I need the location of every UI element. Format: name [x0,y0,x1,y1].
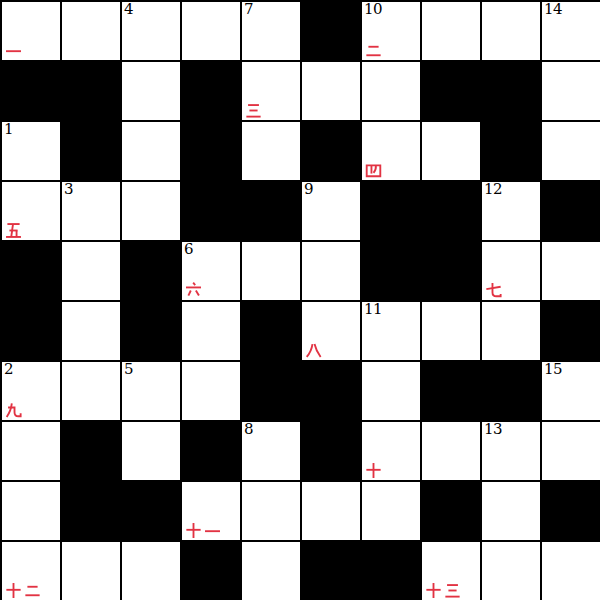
black-cell [302,2,360,60]
white-cell[interactable] [362,62,420,120]
white-cell[interactable] [302,242,360,300]
black-cell [182,182,240,240]
across-clue-label [485,282,502,299]
down-clue-number: 3 [64,181,73,198]
white-cell[interactable] [242,62,300,120]
white-cell[interactable]: 10 [362,2,420,60]
black-cell [422,62,480,120]
white-cell[interactable]: 1 [2,122,60,180]
black-cell [362,542,420,600]
black-cell [62,122,120,180]
white-cell[interactable]: 14 [542,2,600,60]
down-clue-number: 10 [364,1,382,18]
white-cell[interactable] [182,362,240,420]
down-clue-number: 13 [484,421,502,438]
white-cell[interactable] [302,302,360,360]
across-clue-label [245,102,262,119]
white-cell[interactable]: 8 [242,422,300,480]
chinese-numeral-四-icon [365,162,382,179]
white-cell[interactable] [362,422,420,480]
white-cell[interactable] [482,482,540,540]
white-cell[interactable] [122,122,180,180]
across-clue-label [5,402,22,419]
white-cell[interactable] [422,302,480,360]
white-cell[interactable] [422,542,480,600]
down-clue-number: 4 [124,1,133,18]
white-cell[interactable]: 13 [482,422,540,480]
white-cell[interactable]: 15 [542,362,600,420]
black-cell [422,182,480,240]
white-cell[interactable] [542,422,600,480]
white-cell[interactable] [62,2,120,60]
black-cell [542,482,600,540]
black-cell [362,182,420,240]
white-cell[interactable] [422,422,480,480]
black-cell [482,362,540,420]
black-cell [122,482,180,540]
white-cell[interactable] [482,542,540,600]
black-cell [62,62,120,120]
chinese-numeral-十-icon [5,582,22,599]
white-cell[interactable] [302,62,360,120]
chinese-numeral-一-icon [204,522,221,539]
black-cell [302,122,360,180]
white-cell[interactable] [122,422,180,480]
white-cell[interactable] [62,362,120,420]
chinese-numeral-二-icon [24,582,41,599]
across-clue-label [5,582,41,599]
black-cell [542,182,600,240]
black-cell [2,242,60,300]
black-cell [182,62,240,120]
chinese-numeral-三-icon [444,582,461,599]
black-cell [482,122,540,180]
black-cell [242,362,300,420]
white-cell[interactable]: 2 [2,362,60,420]
black-cell [2,302,60,360]
down-clue-number: 15 [544,361,562,378]
black-cell [242,182,300,240]
down-clue-number: 5 [124,361,133,378]
white-cell[interactable] [242,242,300,300]
down-clue-number: 9 [304,181,313,198]
black-cell [542,302,600,360]
black-cell [422,482,480,540]
black-cell [302,422,360,480]
white-cell[interactable] [62,242,120,300]
white-cell[interactable]: 12 [482,182,540,240]
chinese-numeral-十-icon [425,582,442,599]
black-cell [362,242,420,300]
white-cell[interactable] [122,182,180,240]
white-cell[interactable] [2,182,60,240]
white-cell[interactable] [542,542,600,600]
chinese-numeral-九-icon [5,402,22,419]
black-cell [302,362,360,420]
across-clue-label [365,42,382,59]
white-cell[interactable] [482,2,540,60]
white-cell[interactable] [242,482,300,540]
down-clue-number: 6 [184,241,193,258]
across-clue-label [185,282,202,299]
white-cell[interactable] [62,302,120,360]
white-cell[interactable] [422,122,480,180]
white-cell[interactable] [542,242,600,300]
chinese-numeral-二-icon [365,42,382,59]
black-cell [242,302,300,360]
white-cell[interactable] [2,482,60,540]
white-cell[interactable] [362,122,420,180]
black-cell [182,542,240,600]
white-cell[interactable] [122,62,180,120]
black-cell [302,542,360,600]
down-clue-number: 11 [364,301,382,318]
white-cell[interactable]: 6 [182,242,240,300]
white-cell[interactable]: 7 [242,2,300,60]
across-clue-label [5,222,22,239]
page: 471014139126112515813 [0,0,600,600]
across-clue-label [5,42,22,59]
chinese-numeral-一-icon [5,42,22,59]
white-cell[interactable] [182,2,240,60]
across-clue-label [425,582,461,599]
black-cell [122,302,180,360]
white-cell[interactable] [122,542,180,600]
white-cell[interactable] [482,302,540,360]
black-cell [122,242,180,300]
chinese-numeral-八-icon [305,342,322,359]
across-clue-label [365,162,382,179]
white-cell[interactable] [302,482,360,540]
across-clue-label [365,462,382,479]
black-cell [422,242,480,300]
white-cell[interactable] [2,422,60,480]
white-cell[interactable] [62,542,120,600]
black-cell [182,422,240,480]
white-cell[interactable] [482,242,540,300]
white-cell[interactable] [182,302,240,360]
crossword-board: 471014139126112515813 [0,0,600,600]
black-cell [182,122,240,180]
white-cell[interactable] [242,122,300,180]
black-cell [62,482,120,540]
down-clue-number: 7 [244,1,253,18]
chinese-numeral-七-icon [485,282,502,299]
across-clue-label [185,522,221,539]
black-cell [2,62,60,120]
down-clue-number: 8 [244,421,253,438]
black-cell [422,362,480,420]
white-cell[interactable]: 5 [122,362,180,420]
across-clue-label [305,342,322,359]
white-cell[interactable] [422,2,480,60]
white-cell[interactable] [362,482,420,540]
chinese-numeral-六-icon [185,282,202,299]
white-cell[interactable] [542,62,600,120]
white-cell[interactable] [2,2,60,60]
white-cell[interactable]: 9 [302,182,360,240]
white-cell[interactable] [242,542,300,600]
white-cell[interactable]: 11 [362,302,420,360]
white-cell[interactable]: 4 [122,2,180,60]
white-cell[interactable] [182,482,240,540]
down-clue-number: 12 [484,181,502,198]
down-clue-number: 2 [4,361,13,378]
down-clue-number: 14 [544,1,562,18]
down-clue-number: 1 [4,121,13,138]
chinese-numeral-三-icon [245,102,262,119]
white-cell[interactable] [2,542,60,600]
chinese-numeral-五-icon [5,222,22,239]
white-cell[interactable] [542,122,600,180]
black-cell [482,62,540,120]
white-cell[interactable] [362,362,420,420]
white-cell[interactable]: 3 [62,182,120,240]
black-cell [62,422,120,480]
chinese-numeral-十-icon [185,522,202,539]
chinese-numeral-十-icon [365,462,382,479]
